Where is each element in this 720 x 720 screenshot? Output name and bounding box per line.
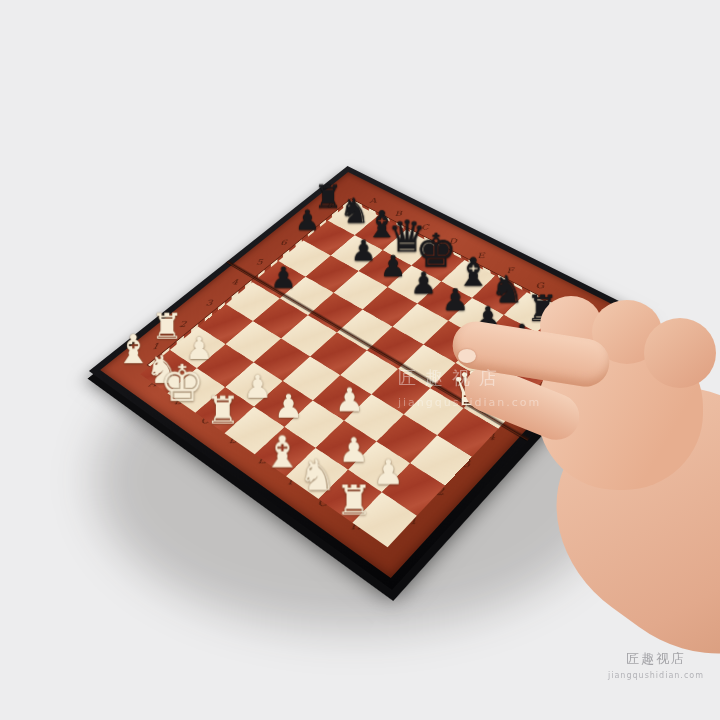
piece-white-rook-a2[interactable]: ♜ [151, 310, 183, 345]
square-b3[interactable] [225, 321, 281, 362]
piece-black-pawn-b5[interactable]: ♟ [270, 264, 296, 293]
hand-knuckle [644, 318, 716, 388]
piece-black-pawn-d7[interactable]: ♟ [380, 252, 406, 281]
piece-white-pawn-d2[interactable]: ♟ [243, 371, 272, 403]
piece-white-pawn-f3[interactable]: ♟ [335, 384, 364, 417]
coord-label-4: 4 [231, 277, 239, 286]
coord-label-8: 8 [326, 201, 333, 209]
coord-label-7: 7 [304, 219, 311, 227]
piece-black-pawn-c7[interactable]: ♟ [351, 236, 377, 265]
coord-label-C: C [421, 223, 429, 231]
coord-label-D: D [449, 237, 458, 246]
coord-label-E: E [477, 251, 485, 260]
hand-fingernail [458, 349, 476, 363]
scene: ABCDEFGH ABCDEFGH 87654321 87654321 ♜♞♝♛… [0, 0, 720, 720]
piece-white-pawn-g2[interactable]: ♟ [339, 433, 369, 467]
watermark-corner: 匠趣视店 jiangqushidian.com [596, 650, 716, 680]
coord-label-6: 6 [280, 238, 287, 246]
piece-white-knight-g1[interactable]: ♞ [298, 454, 336, 497]
watermark-chinese: 匠趣视店 [596, 650, 716, 668]
coord-label-5: 5 [256, 257, 263, 266]
watermark-latin: jiangqushidian.com [596, 671, 716, 680]
piece-white-pawn-h2[interactable]: ♟ [373, 456, 404, 490]
coord-label-3: 3 [205, 298, 213, 307]
piece-black-pawn-e7[interactable]: ♟ [410, 268, 437, 298]
piece-white-bishop-f1[interactable]: ♝ [262, 430, 302, 474]
piece-white-pawn-e2[interactable]: ♟ [274, 391, 303, 424]
coord-label-A: A [369, 196, 376, 204]
coord-label-B: B [395, 209, 402, 217]
piece-white-rook-d1[interactable]: ♜ [206, 392, 240, 430]
piece-black-pawn-f7[interactable]: ♟ [442, 285, 469, 315]
piece-white-king-c1[interactable]: ♚ [159, 358, 204, 409]
piece-white-rook-h1[interactable]: ♜ [336, 480, 373, 521]
